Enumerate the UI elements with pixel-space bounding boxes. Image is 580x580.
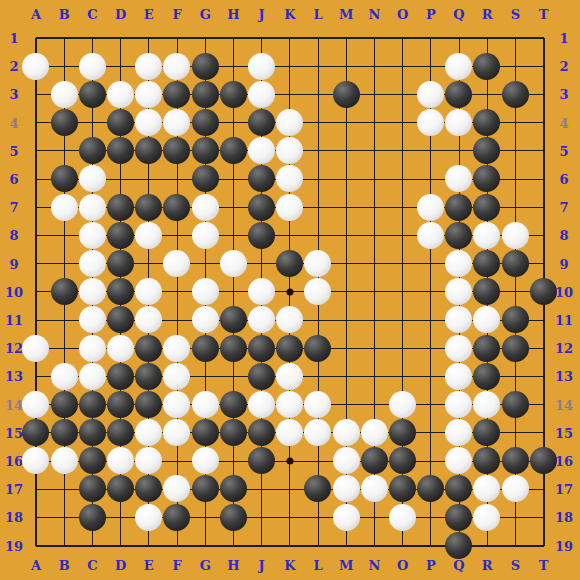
intersection-H15[interactable] — [219, 419, 247, 447]
intersection-D17[interactable] — [106, 475, 134, 503]
intersection-T13[interactable] — [529, 362, 557, 390]
intersection-F19[interactable] — [163, 531, 191, 559]
intersection-E17[interactable] — [135, 475, 163, 503]
intersection-F11[interactable] — [163, 306, 191, 334]
intersection-D8[interactable] — [106, 221, 134, 249]
intersection-F15[interactable] — [163, 419, 191, 447]
intersection-B6[interactable] — [50, 165, 78, 193]
intersection-O19[interactable] — [388, 531, 416, 559]
intersection-K17[interactable] — [276, 475, 304, 503]
intersection-B15[interactable] — [50, 419, 78, 447]
intersection-J19[interactable] — [247, 531, 275, 559]
intersection-J2[interactable] — [247, 52, 275, 80]
intersection-J5[interactable] — [247, 137, 275, 165]
intersection-C18[interactable] — [78, 503, 106, 531]
intersection-H2[interactable] — [219, 52, 247, 80]
intersection-R17[interactable] — [473, 475, 501, 503]
intersection-G15[interactable] — [191, 419, 219, 447]
intersection-R16[interactable] — [473, 447, 501, 475]
intersection-H6[interactable] — [219, 165, 247, 193]
intersection-P8[interactable] — [417, 221, 445, 249]
intersection-G4[interactable] — [191, 108, 219, 136]
intersection-B10[interactable] — [50, 278, 78, 306]
intersection-N15[interactable] — [360, 419, 388, 447]
intersection-M18[interactable] — [332, 503, 360, 531]
intersection-P2[interactable] — [417, 52, 445, 80]
intersection-K6[interactable] — [276, 165, 304, 193]
intersection-J13[interactable] — [247, 362, 275, 390]
intersection-D14[interactable] — [106, 390, 134, 418]
intersection-J6[interactable] — [247, 165, 275, 193]
intersection-F1[interactable] — [163, 24, 191, 52]
intersection-A19[interactable] — [22, 531, 50, 559]
intersection-R7[interactable] — [473, 193, 501, 221]
intersection-H14[interactable] — [219, 390, 247, 418]
intersection-S13[interactable] — [501, 362, 529, 390]
intersection-S10[interactable] — [501, 278, 529, 306]
intersection-E12[interactable] — [135, 334, 163, 362]
intersection-B1[interactable] — [50, 24, 78, 52]
intersection-N10[interactable] — [360, 278, 388, 306]
intersection-T8[interactable] — [529, 221, 557, 249]
intersection-K19[interactable] — [276, 531, 304, 559]
intersection-C1[interactable] — [78, 24, 106, 52]
intersection-M14[interactable] — [332, 390, 360, 418]
intersection-E2[interactable] — [135, 52, 163, 80]
intersection-F2[interactable] — [163, 52, 191, 80]
intersection-R1[interactable] — [473, 24, 501, 52]
intersection-O2[interactable] — [388, 52, 416, 80]
intersection-P14[interactable] — [417, 390, 445, 418]
intersection-K12[interactable] — [276, 334, 304, 362]
intersection-B7[interactable] — [50, 193, 78, 221]
intersection-G10[interactable] — [191, 278, 219, 306]
intersection-K5[interactable] — [276, 137, 304, 165]
intersection-S6[interactable] — [501, 165, 529, 193]
intersection-F18[interactable] — [163, 503, 191, 531]
intersection-P19[interactable] — [417, 531, 445, 559]
intersection-G14[interactable] — [191, 390, 219, 418]
intersection-Q7[interactable] — [445, 193, 473, 221]
intersection-Q13[interactable] — [445, 362, 473, 390]
intersection-M4[interactable] — [332, 108, 360, 136]
intersection-D2[interactable] — [106, 52, 134, 80]
intersection-Q5[interactable] — [445, 137, 473, 165]
intersection-Q2[interactable] — [445, 52, 473, 80]
intersection-E8[interactable] — [135, 221, 163, 249]
intersection-F10[interactable] — [163, 278, 191, 306]
intersection-Q11[interactable] — [445, 306, 473, 334]
intersection-E16[interactable] — [135, 447, 163, 475]
intersection-R5[interactable] — [473, 137, 501, 165]
intersection-P17[interactable] — [417, 475, 445, 503]
intersection-F4[interactable] — [163, 108, 191, 136]
intersection-K14[interactable] — [276, 390, 304, 418]
intersection-A15[interactable] — [22, 419, 50, 447]
intersection-S9[interactable] — [501, 249, 529, 277]
intersection-L18[interactable] — [304, 503, 332, 531]
intersection-D1[interactable] — [106, 24, 134, 52]
intersection-K13[interactable] — [276, 362, 304, 390]
intersection-S2[interactable] — [501, 52, 529, 80]
intersection-O17[interactable] — [388, 475, 416, 503]
intersection-J15[interactable] — [247, 419, 275, 447]
intersection-J11[interactable] — [247, 306, 275, 334]
intersection-C17[interactable] — [78, 475, 106, 503]
intersection-K15[interactable] — [276, 419, 304, 447]
intersection-N1[interactable] — [360, 24, 388, 52]
intersection-O18[interactable] — [388, 503, 416, 531]
intersection-T3[interactable] — [529, 80, 557, 108]
intersection-E19[interactable] — [135, 531, 163, 559]
intersection-E4[interactable] — [135, 108, 163, 136]
intersection-F3[interactable] — [163, 80, 191, 108]
intersection-E11[interactable] — [135, 306, 163, 334]
intersection-L8[interactable] — [304, 221, 332, 249]
intersection-N2[interactable] — [360, 52, 388, 80]
intersection-L15[interactable] — [304, 419, 332, 447]
intersection-S5[interactable] — [501, 137, 529, 165]
intersection-N13[interactable] — [360, 362, 388, 390]
intersection-B13[interactable] — [50, 362, 78, 390]
intersection-O3[interactable] — [388, 80, 416, 108]
intersection-S7[interactable] — [501, 193, 529, 221]
intersection-N17[interactable] — [360, 475, 388, 503]
intersection-H4[interactable] — [219, 108, 247, 136]
intersection-S15[interactable] — [501, 419, 529, 447]
intersection-M5[interactable] — [332, 137, 360, 165]
intersection-B11[interactable] — [50, 306, 78, 334]
intersection-Q17[interactable] — [445, 475, 473, 503]
intersection-D12[interactable] — [106, 334, 134, 362]
intersection-G2[interactable] — [191, 52, 219, 80]
intersection-G13[interactable] — [191, 362, 219, 390]
intersection-L9[interactable] — [304, 249, 332, 277]
intersection-H5[interactable] — [219, 137, 247, 165]
intersection-T15[interactable] — [529, 419, 557, 447]
intersection-L19[interactable] — [304, 531, 332, 559]
intersection-N8[interactable] — [360, 221, 388, 249]
intersection-S17[interactable] — [501, 475, 529, 503]
intersection-A5[interactable] — [22, 137, 50, 165]
intersection-J16[interactable] — [247, 447, 275, 475]
intersection-F6[interactable] — [163, 165, 191, 193]
intersection-F8[interactable] — [163, 221, 191, 249]
intersection-B14[interactable] — [50, 390, 78, 418]
intersection-S4[interactable] — [501, 108, 529, 136]
intersection-A17[interactable] — [22, 475, 50, 503]
intersection-L6[interactable] — [304, 165, 332, 193]
intersection-C9[interactable] — [78, 249, 106, 277]
intersection-R18[interactable] — [473, 503, 501, 531]
intersection-L11[interactable] — [304, 306, 332, 334]
intersection-E18[interactable] — [135, 503, 163, 531]
intersection-G17[interactable] — [191, 475, 219, 503]
intersection-O11[interactable] — [388, 306, 416, 334]
intersection-D6[interactable] — [106, 165, 134, 193]
intersection-L13[interactable] — [304, 362, 332, 390]
intersection-Q14[interactable] — [445, 390, 473, 418]
intersection-H9[interactable] — [219, 249, 247, 277]
intersection-M1[interactable] — [332, 24, 360, 52]
intersection-H1[interactable] — [219, 24, 247, 52]
intersection-G6[interactable] — [191, 165, 219, 193]
intersection-A16[interactable] — [22, 447, 50, 475]
intersection-P10[interactable] — [417, 278, 445, 306]
intersection-T11[interactable] — [529, 306, 557, 334]
intersection-M3[interactable] — [332, 80, 360, 108]
intersection-Q15[interactable] — [445, 419, 473, 447]
intersection-R6[interactable] — [473, 165, 501, 193]
intersection-S8[interactable] — [501, 221, 529, 249]
intersection-C5[interactable] — [78, 137, 106, 165]
intersection-S16[interactable] — [501, 447, 529, 475]
intersection-H13[interactable] — [219, 362, 247, 390]
intersection-D4[interactable] — [106, 108, 134, 136]
intersection-H18[interactable] — [219, 503, 247, 531]
intersection-L17[interactable] — [304, 475, 332, 503]
intersection-C16[interactable] — [78, 447, 106, 475]
intersection-J14[interactable] — [247, 390, 275, 418]
intersection-Q12[interactable] — [445, 334, 473, 362]
intersection-P1[interactable] — [417, 24, 445, 52]
intersection-B2[interactable] — [50, 52, 78, 80]
intersection-J17[interactable] — [247, 475, 275, 503]
intersection-T9[interactable] — [529, 249, 557, 277]
intersection-Q9[interactable] — [445, 249, 473, 277]
intersection-P7[interactable] — [417, 193, 445, 221]
intersection-E5[interactable] — [135, 137, 163, 165]
intersection-Q1[interactable] — [445, 24, 473, 52]
intersection-F5[interactable] — [163, 137, 191, 165]
intersection-G19[interactable] — [191, 531, 219, 559]
intersection-O14[interactable] — [388, 390, 416, 418]
intersection-S18[interactable] — [501, 503, 529, 531]
intersection-D18[interactable] — [106, 503, 134, 531]
intersection-D16[interactable] — [106, 447, 134, 475]
intersection-J1[interactable] — [247, 24, 275, 52]
intersection-O9[interactable] — [388, 249, 416, 277]
intersection-A2[interactable] — [22, 52, 50, 80]
intersection-R10[interactable] — [473, 278, 501, 306]
intersection-K7[interactable] — [276, 193, 304, 221]
intersection-C13[interactable] — [78, 362, 106, 390]
intersection-D19[interactable] — [106, 531, 134, 559]
intersection-M9[interactable] — [332, 249, 360, 277]
intersection-B17[interactable] — [50, 475, 78, 503]
intersection-A4[interactable] — [22, 108, 50, 136]
intersection-K11[interactable] — [276, 306, 304, 334]
intersection-R4[interactable] — [473, 108, 501, 136]
intersection-S1[interactable] — [501, 24, 529, 52]
intersection-C6[interactable] — [78, 165, 106, 193]
intersection-G9[interactable] — [191, 249, 219, 277]
intersection-M8[interactable] — [332, 221, 360, 249]
intersection-O16[interactable] — [388, 447, 416, 475]
intersection-J7[interactable] — [247, 193, 275, 221]
intersection-J18[interactable] — [247, 503, 275, 531]
intersection-T1[interactable] — [529, 24, 557, 52]
intersection-F12[interactable] — [163, 334, 191, 362]
intersection-L14[interactable] — [304, 390, 332, 418]
intersection-K1[interactable] — [276, 24, 304, 52]
intersection-G16[interactable] — [191, 447, 219, 475]
intersection-A12[interactable] — [22, 334, 50, 362]
intersection-N18[interactable] — [360, 503, 388, 531]
intersection-T17[interactable] — [529, 475, 557, 503]
intersection-Q19[interactable] — [445, 531, 473, 559]
intersection-J8[interactable] — [247, 221, 275, 249]
intersection-A3[interactable] — [22, 80, 50, 108]
intersection-H17[interactable] — [219, 475, 247, 503]
intersection-A10[interactable] — [22, 278, 50, 306]
intersection-D15[interactable] — [106, 419, 134, 447]
intersection-E15[interactable] — [135, 419, 163, 447]
intersection-T12[interactable] — [529, 334, 557, 362]
intersection-G11[interactable] — [191, 306, 219, 334]
intersection-C4[interactable] — [78, 108, 106, 136]
intersection-B18[interactable] — [50, 503, 78, 531]
intersection-C7[interactable] — [78, 193, 106, 221]
intersection-K18[interactable] — [276, 503, 304, 531]
intersection-F9[interactable] — [163, 249, 191, 277]
intersection-K9[interactable] — [276, 249, 304, 277]
intersection-S19[interactable] — [501, 531, 529, 559]
intersection-R11[interactable] — [473, 306, 501, 334]
intersection-D10[interactable] — [106, 278, 134, 306]
intersection-H12[interactable] — [219, 334, 247, 362]
intersection-Q4[interactable] — [445, 108, 473, 136]
intersection-B16[interactable] — [50, 447, 78, 475]
intersection-B5[interactable] — [50, 137, 78, 165]
intersection-T14[interactable] — [529, 390, 557, 418]
intersection-N14[interactable] — [360, 390, 388, 418]
intersection-A11[interactable] — [22, 306, 50, 334]
intersection-F16[interactable] — [163, 447, 191, 475]
intersection-H10[interactable] — [219, 278, 247, 306]
intersection-O10[interactable] — [388, 278, 416, 306]
intersection-P18[interactable] — [417, 503, 445, 531]
intersection-P13[interactable] — [417, 362, 445, 390]
intersection-A14[interactable] — [22, 390, 50, 418]
intersection-T7[interactable] — [529, 193, 557, 221]
intersection-O15[interactable] — [388, 419, 416, 447]
intersection-H3[interactable] — [219, 80, 247, 108]
intersection-H8[interactable] — [219, 221, 247, 249]
intersection-G18[interactable] — [191, 503, 219, 531]
intersection-K2[interactable] — [276, 52, 304, 80]
intersection-L4[interactable] — [304, 108, 332, 136]
intersection-R15[interactable] — [473, 419, 501, 447]
intersection-J10[interactable] — [247, 278, 275, 306]
intersection-B9[interactable] — [50, 249, 78, 277]
intersection-F17[interactable] — [163, 475, 191, 503]
intersection-J3[interactable] — [247, 80, 275, 108]
intersection-F14[interactable] — [163, 390, 191, 418]
intersection-M12[interactable] — [332, 334, 360, 362]
intersection-P11[interactable] — [417, 306, 445, 334]
intersection-N7[interactable] — [360, 193, 388, 221]
intersection-H19[interactable] — [219, 531, 247, 559]
intersection-C10[interactable] — [78, 278, 106, 306]
intersection-N3[interactable] — [360, 80, 388, 108]
intersection-T18[interactable] — [529, 503, 557, 531]
intersection-P9[interactable] — [417, 249, 445, 277]
intersection-Q6[interactable] — [445, 165, 473, 193]
intersection-Q8[interactable] — [445, 221, 473, 249]
intersection-S12[interactable] — [501, 334, 529, 362]
intersection-T5[interactable] — [529, 137, 557, 165]
intersection-G1[interactable] — [191, 24, 219, 52]
intersection-P4[interactable] — [417, 108, 445, 136]
intersection-T19[interactable] — [529, 531, 557, 559]
intersection-R19[interactable] — [473, 531, 501, 559]
intersection-M10[interactable] — [332, 278, 360, 306]
intersection-E14[interactable] — [135, 390, 163, 418]
intersection-A18[interactable] — [22, 503, 50, 531]
intersection-D11[interactable] — [106, 306, 134, 334]
intersection-O12[interactable] — [388, 334, 416, 362]
intersection-S14[interactable] — [501, 390, 529, 418]
intersection-E10[interactable] — [135, 278, 163, 306]
intersection-F13[interactable] — [163, 362, 191, 390]
intersection-R9[interactable] — [473, 249, 501, 277]
intersection-G7[interactable] — [191, 193, 219, 221]
intersection-C15[interactable] — [78, 419, 106, 447]
intersection-R3[interactable] — [473, 80, 501, 108]
intersection-L5[interactable] — [304, 137, 332, 165]
intersection-B19[interactable] — [50, 531, 78, 559]
intersection-T10[interactable] — [529, 278, 557, 306]
intersection-G8[interactable] — [191, 221, 219, 249]
intersection-B4[interactable] — [50, 108, 78, 136]
intersection-P6[interactable] — [417, 165, 445, 193]
intersection-K8[interactable] — [276, 221, 304, 249]
intersection-M19[interactable] — [332, 531, 360, 559]
intersection-P15[interactable] — [417, 419, 445, 447]
intersection-R8[interactable] — [473, 221, 501, 249]
intersection-C11[interactable] — [78, 306, 106, 334]
intersection-N16[interactable] — [360, 447, 388, 475]
intersection-R13[interactable] — [473, 362, 501, 390]
intersection-N4[interactable] — [360, 108, 388, 136]
intersection-E6[interactable] — [135, 165, 163, 193]
intersection-N6[interactable] — [360, 165, 388, 193]
intersection-B12[interactable] — [50, 334, 78, 362]
intersection-M15[interactable] — [332, 419, 360, 447]
intersection-O6[interactable] — [388, 165, 416, 193]
intersection-H7[interactable] — [219, 193, 247, 221]
intersection-D9[interactable] — [106, 249, 134, 277]
intersection-D3[interactable] — [106, 80, 134, 108]
intersection-M11[interactable] — [332, 306, 360, 334]
intersection-T2[interactable] — [529, 52, 557, 80]
intersection-P16[interactable] — [417, 447, 445, 475]
intersection-H11[interactable] — [219, 306, 247, 334]
intersection-P3[interactable] — [417, 80, 445, 108]
intersection-L1[interactable] — [304, 24, 332, 52]
intersection-T4[interactable] — [529, 108, 557, 136]
intersection-M13[interactable] — [332, 362, 360, 390]
intersection-R2[interactable] — [473, 52, 501, 80]
intersection-O1[interactable] — [388, 24, 416, 52]
intersection-C14[interactable] — [78, 390, 106, 418]
intersection-C19[interactable] — [78, 531, 106, 559]
intersection-K10[interactable] — [276, 278, 304, 306]
intersection-K16[interactable] — [276, 447, 304, 475]
intersection-C3[interactable] — [78, 80, 106, 108]
intersection-L7[interactable] — [304, 193, 332, 221]
